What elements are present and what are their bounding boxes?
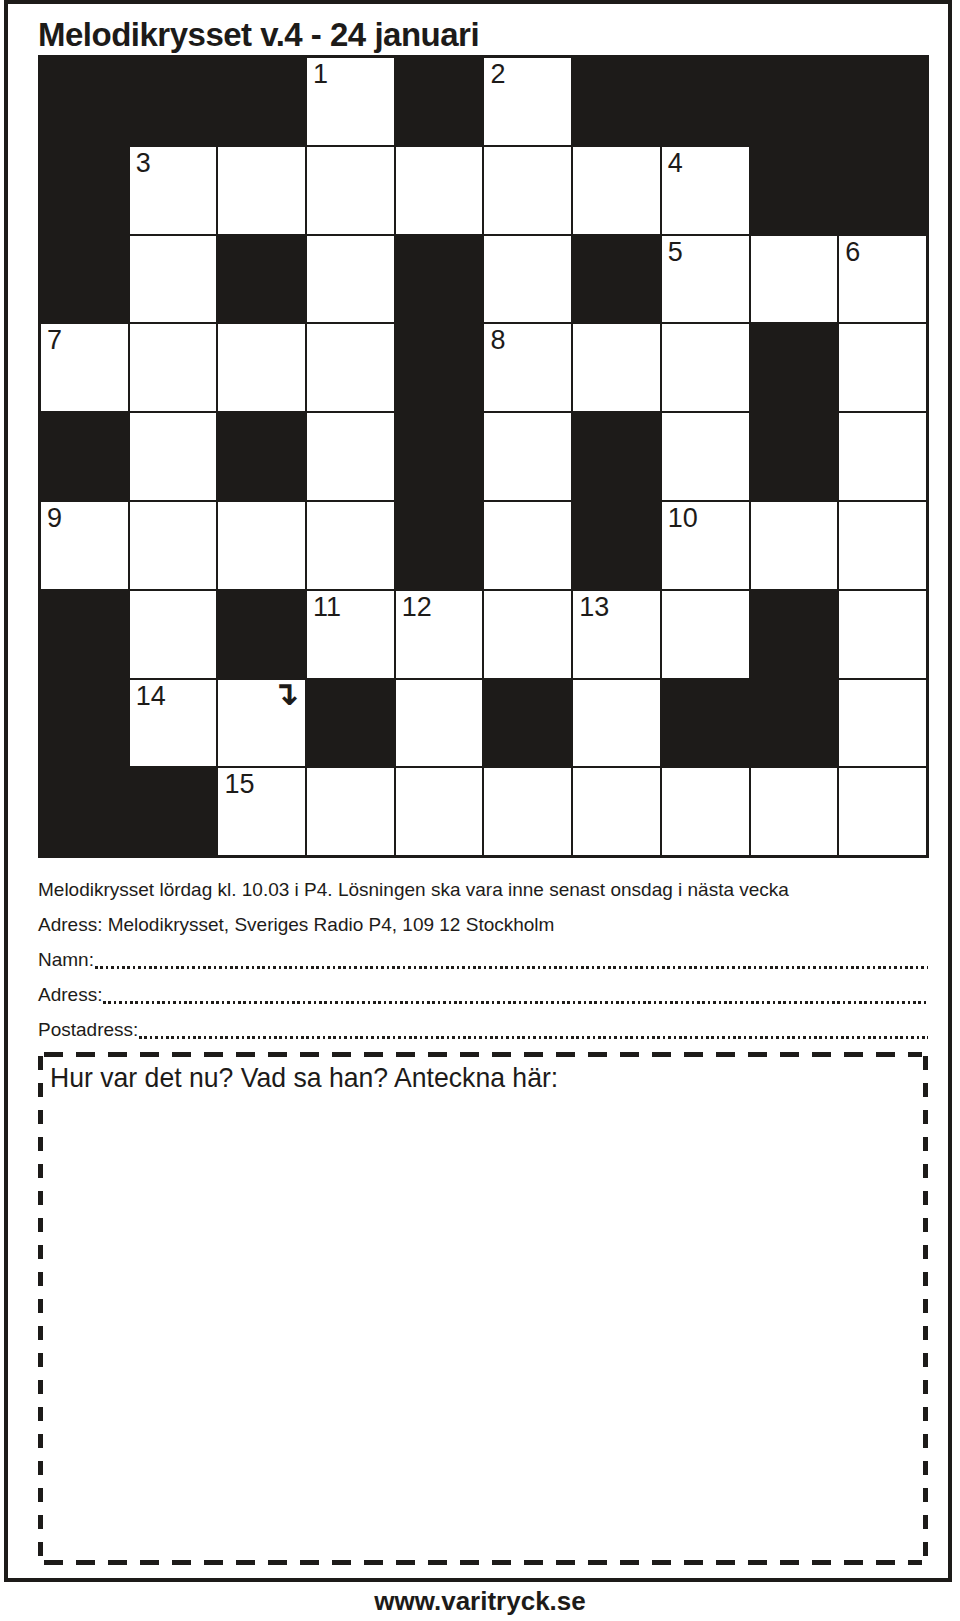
address-input-line[interactable]	[103, 1001, 928, 1004]
clue-number: 7	[47, 327, 62, 354]
notes-box-border-left	[38, 1056, 43, 1561]
cell-r4c8[interactable]	[661, 323, 750, 412]
cell-r9c3[interactable]: 15	[217, 767, 306, 856]
cell-r4c10[interactable]	[838, 323, 927, 412]
clue-number: 3	[136, 150, 151, 177]
notes-heading: Hur var det nu? Vad sa han? Anteckna här…	[50, 1063, 558, 1094]
cell-r6c3[interactable]	[217, 501, 306, 590]
cell-r3c5	[395, 235, 484, 324]
cell-r1c7	[572, 57, 661, 146]
cell-r7c9	[750, 590, 839, 679]
cell-r4c2[interactable]	[129, 323, 218, 412]
cell-r9c5[interactable]	[395, 767, 484, 856]
cell-r2c5[interactable]	[395, 146, 484, 235]
cell-r7c8[interactable]	[661, 590, 750, 679]
cell-r8c10[interactable]	[838, 679, 927, 768]
cell-r8c9	[750, 679, 839, 768]
notes-writing-area[interactable]	[46, 1102, 920, 1557]
cell-r1c4[interactable]: 1	[306, 57, 395, 146]
cell-r4c7[interactable]	[572, 323, 661, 412]
cell-r6c1[interactable]: 9	[40, 501, 129, 590]
cell-r9c4[interactable]	[306, 767, 395, 856]
cell-r9c7[interactable]	[572, 767, 661, 856]
cell-r9c8[interactable]	[661, 767, 750, 856]
cell-r8c1	[40, 679, 129, 768]
cell-r2c8[interactable]: 4	[661, 146, 750, 235]
notes-box-border-top	[44, 1052, 922, 1057]
cell-r6c2[interactable]	[129, 501, 218, 590]
cell-r5c4[interactable]	[306, 412, 395, 501]
cell-r9c6[interactable]	[483, 767, 572, 856]
cell-r7c5[interactable]: 12	[395, 590, 484, 679]
turn-down-arrow-icon: ↴	[271, 677, 299, 710]
cell-r3c3	[217, 235, 306, 324]
cell-r3c1	[40, 235, 129, 324]
cell-r3c10[interactable]: 6	[838, 235, 927, 324]
clue-number: 11	[313, 594, 341, 621]
clue-number: 1	[313, 61, 328, 88]
cell-r5c1	[40, 412, 129, 501]
cell-r5c6[interactable]	[483, 412, 572, 501]
cell-r8c5[interactable]	[395, 679, 484, 768]
cell-r1c1	[40, 57, 129, 146]
cell-r6c4[interactable]	[306, 501, 395, 590]
cell-r7c7[interactable]: 13	[572, 590, 661, 679]
cell-r4c4[interactable]	[306, 323, 395, 412]
clue-number: 8	[490, 327, 505, 354]
cell-r8c2[interactable]: 14	[129, 679, 218, 768]
cell-r1c3	[217, 57, 306, 146]
clue-number: 6	[845, 239, 860, 266]
crossword-grid: 1234567891011121314↴15	[38, 55, 929, 858]
cell-r7c2[interactable]	[129, 590, 218, 679]
cell-r6c8[interactable]: 10	[661, 501, 750, 590]
cell-r5c5	[395, 412, 484, 501]
clue-number: 14	[136, 683, 166, 710]
cell-r3c6[interactable]	[483, 235, 572, 324]
cell-r3c4[interactable]	[306, 235, 395, 324]
clue-number: 15	[224, 771, 254, 798]
cell-r6c9[interactable]	[750, 501, 839, 590]
cell-r7c1	[40, 590, 129, 679]
cell-r7c3	[217, 590, 306, 679]
page-title: Melodikrysset v.4 - 24 januari	[38, 16, 479, 54]
cell-r6c7	[572, 501, 661, 590]
cell-r3c8[interactable]: 5	[661, 235, 750, 324]
notes-box-border-bottom	[44, 1560, 922, 1565]
name-label: Namn:	[38, 948, 94, 972]
cell-r5c7	[572, 412, 661, 501]
cell-r4c6[interactable]: 8	[483, 323, 572, 412]
cell-r5c10[interactable]	[838, 412, 927, 501]
cell-r9c1	[40, 767, 129, 856]
cell-r7c10[interactable]	[838, 590, 927, 679]
cell-r9c9[interactable]	[750, 767, 839, 856]
cell-r3c9[interactable]	[750, 235, 839, 324]
cell-r2c9	[750, 146, 839, 235]
address-field-row: Adress:	[38, 983, 928, 1007]
notes-box: Hur var det nu? Vad sa han? Anteckna här…	[38, 1052, 928, 1565]
cell-r1c8	[661, 57, 750, 146]
cell-r2c4[interactable]	[306, 146, 395, 235]
footer-url: www.varitryck.se	[0, 1586, 960, 1617]
cell-r1c5	[395, 57, 484, 146]
cell-r2c3[interactable]	[217, 146, 306, 235]
cell-r7c4[interactable]: 11	[306, 590, 395, 679]
cell-r2c2[interactable]: 3	[129, 146, 218, 235]
cell-r1c6[interactable]: 2	[483, 57, 572, 146]
clue-number: 4	[668, 150, 683, 177]
name-input-line[interactable]	[95, 966, 928, 969]
cell-r8c4	[306, 679, 395, 768]
cell-r5c2[interactable]	[129, 412, 218, 501]
cell-r1c9	[750, 57, 839, 146]
cell-r8c3[interactable]: ↴	[217, 679, 306, 768]
cell-r8c7[interactable]	[572, 679, 661, 768]
cell-r1c2	[129, 57, 218, 146]
cell-r6c5	[395, 501, 484, 590]
cell-r2c7[interactable]	[572, 146, 661, 235]
cell-r9c2	[129, 767, 218, 856]
postal-field-row: Postadress:	[38, 1018, 928, 1042]
clue-number: 5	[668, 239, 683, 266]
cell-r3c2[interactable]	[129, 235, 218, 324]
clue-number: 13	[579, 594, 609, 621]
clue-number: 2	[490, 61, 505, 88]
cell-r5c8[interactable]	[661, 412, 750, 501]
cell-r4c1[interactable]: 7	[40, 323, 129, 412]
cell-r6c10[interactable]	[838, 501, 927, 590]
cell-r2c6[interactable]	[483, 146, 572, 235]
clue-number: 9	[47, 505, 62, 532]
clue-number: 12	[402, 594, 432, 621]
cell-r2c10	[838, 146, 927, 235]
address-label: Adress:	[38, 983, 102, 1007]
cell-r5c9	[750, 412, 839, 501]
cell-r7c6[interactable]	[483, 590, 572, 679]
cell-r8c8	[661, 679, 750, 768]
cell-r4c5	[395, 323, 484, 412]
postal-label: Postadress:	[38, 1018, 138, 1042]
cell-r4c9	[750, 323, 839, 412]
name-field-row: Namn:	[38, 948, 928, 972]
cell-r3c7	[572, 235, 661, 324]
cell-r5c3	[217, 412, 306, 501]
cell-r9c10[interactable]	[838, 767, 927, 856]
notes-box-border-right	[923, 1056, 928, 1561]
cell-r2c1	[40, 146, 129, 235]
clue-number: 10	[668, 505, 698, 532]
cell-r4c3[interactable]	[217, 323, 306, 412]
postal-input-line[interactable]	[139, 1036, 928, 1039]
broadcast-info: Melodikrysset lördag kl. 10.03 i P4. Lös…	[38, 878, 928, 902]
mail-address-info: Adress: Melodikrysset, Sveriges Radio P4…	[38, 913, 928, 937]
cell-r1c10	[838, 57, 927, 146]
cell-r6c6[interactable]	[483, 501, 572, 590]
cell-r8c6	[483, 679, 572, 768]
